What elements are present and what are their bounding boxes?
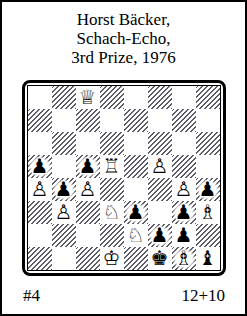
square-b1[interactable] (52, 247, 76, 270)
square-c3[interactable] (76, 201, 100, 224)
square-a5[interactable]: ♟ (28, 155, 52, 178)
material-count: 12+10 (181, 286, 225, 306)
header-award: 3rd Prize, 1976 (2, 48, 245, 67)
square-b3[interactable]: ♙ (52, 201, 76, 224)
square-h7[interactable] (196, 109, 220, 132)
square-h2[interactable] (196, 224, 220, 247)
square-a2[interactable] (28, 224, 52, 247)
white-knight-piece: ♘ (124, 224, 148, 247)
square-a7[interactable] (28, 109, 52, 132)
square-c1[interactable] (76, 247, 100, 270)
square-d5[interactable]: ♖ (100, 155, 124, 178)
black-pawn-piece: ♟ (148, 224, 172, 247)
square-a3[interactable] (28, 201, 52, 224)
white-pawn-piece: ♙ (28, 178, 52, 201)
square-f8[interactable] (148, 86, 172, 109)
white-pawn-piece: ♙ (76, 178, 100, 201)
square-e5[interactable] (124, 155, 148, 178)
stipulation-label: #4 (23, 286, 40, 306)
square-f6[interactable] (148, 132, 172, 155)
black-pawn-piece: ♟ (76, 155, 100, 178)
square-e6[interactable] (124, 132, 148, 155)
square-g2[interactable]: ♟ (172, 224, 196, 247)
square-d2[interactable] (100, 224, 124, 247)
square-f5[interactable]: ♙ (148, 155, 172, 178)
square-b6[interactable] (52, 132, 76, 155)
white-pawn-piece: ♙ (52, 201, 76, 224)
square-a4[interactable]: ♙ (28, 178, 52, 201)
black-pawn-piece: ♟ (172, 201, 196, 224)
square-b8[interactable] (52, 86, 76, 109)
square-d1[interactable]: ♔ (100, 247, 124, 270)
black-bishop-piece: ♝ (196, 247, 220, 270)
problem-header: Horst Bäcker, Schach-Echo, 3rd Prize, 19… (2, 2, 245, 67)
black-king-piece: ♚ (148, 247, 172, 270)
square-b5[interactable] (52, 155, 76, 178)
square-e3[interactable]: ♟ (124, 201, 148, 224)
board-frame: ♕♟♟♖♙♙♟♙♙♟♙♘♟♟♗♘♟♟♔♚♗♝ (22, 80, 226, 276)
square-c7[interactable] (76, 109, 100, 132)
square-g1[interactable]: ♗ (172, 247, 196, 270)
black-pawn-piece: ♟ (124, 201, 148, 224)
square-b4[interactable]: ♟ (52, 178, 76, 201)
white-bishop-piece: ♗ (196, 201, 220, 224)
square-f1[interactable]: ♚ (148, 247, 172, 270)
square-d6[interactable] (100, 132, 124, 155)
square-h3[interactable]: ♗ (196, 201, 220, 224)
square-d3[interactable]: ♘ (100, 201, 124, 224)
square-c4[interactable]: ♙ (76, 178, 100, 201)
square-c6[interactable] (76, 132, 100, 155)
square-f3[interactable] (148, 201, 172, 224)
square-b2[interactable] (52, 224, 76, 247)
problem-caption: #4 12+10 (2, 286, 245, 306)
white-bishop-piece: ♗ (172, 247, 196, 270)
square-a6[interactable] (28, 132, 52, 155)
square-c5[interactable]: ♟ (76, 155, 100, 178)
square-h8[interactable] (196, 86, 220, 109)
square-g4[interactable]: ♙ (172, 178, 196, 201)
white-pawn-piece: ♙ (172, 178, 196, 201)
board-inner-frame: ♕♟♟♖♙♙♟♙♙♟♙♘♟♟♗♘♟♟♔♚♗♝ (27, 85, 221, 271)
square-e7[interactable] (124, 109, 148, 132)
square-g7[interactable] (172, 109, 196, 132)
square-g3[interactable]: ♟ (172, 201, 196, 224)
black-pawn-piece: ♟ (52, 178, 76, 201)
square-e2[interactable]: ♘ (124, 224, 148, 247)
square-e8[interactable] (124, 86, 148, 109)
black-pawn-piece: ♟ (28, 155, 52, 178)
header-source: Schach-Echo, (2, 29, 245, 48)
square-h4[interactable]: ♟ (196, 178, 220, 201)
white-queen-piece: ♕ (76, 86, 100, 109)
white-pawn-piece: ♙ (148, 155, 172, 178)
square-h5[interactable] (196, 155, 220, 178)
square-d4[interactable] (100, 178, 124, 201)
header-author: Horst Bäcker, (2, 10, 245, 29)
square-c2[interactable] (76, 224, 100, 247)
square-a1[interactable] (28, 247, 52, 270)
square-g8[interactable] (172, 86, 196, 109)
square-f4[interactable] (148, 178, 172, 201)
white-knight-piece: ♘ (100, 201, 124, 224)
white-rook-piece: ♖ (100, 155, 124, 178)
square-d8[interactable] (100, 86, 124, 109)
square-h6[interactable] (196, 132, 220, 155)
square-e1[interactable] (124, 247, 148, 270)
square-c8[interactable]: ♕ (76, 86, 100, 109)
black-pawn-piece: ♟ (196, 178, 220, 201)
square-d7[interactable] (100, 109, 124, 132)
square-g6[interactable] (172, 132, 196, 155)
page-frame: { "game": "chess", "header": { "author":… (0, 0, 247, 316)
square-b7[interactable] (52, 109, 76, 132)
square-h1[interactable]: ♝ (196, 247, 220, 270)
chess-board: ♕♟♟♖♙♙♟♙♙♟♙♘♟♟♗♘♟♟♔♚♗♝ (28, 86, 220, 270)
square-f7[interactable] (148, 109, 172, 132)
square-a8[interactable] (28, 86, 52, 109)
white-king-piece: ♔ (100, 247, 124, 270)
square-g5[interactable] (172, 155, 196, 178)
black-pawn-piece: ♟ (172, 224, 196, 247)
square-e4[interactable] (124, 178, 148, 201)
square-f2[interactable]: ♟ (148, 224, 172, 247)
